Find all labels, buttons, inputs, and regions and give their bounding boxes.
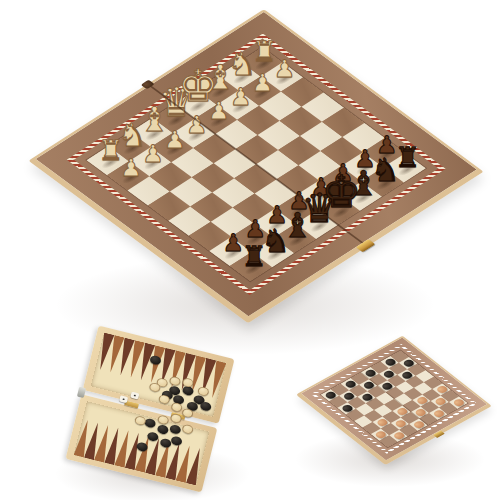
piece-glyph: ♟ <box>142 141 164 165</box>
piece-glyph: ♟ <box>274 57 296 81</box>
piece-glyph: ♟ <box>120 156 142 180</box>
piece-glyph: ♟ <box>208 99 230 123</box>
piece-glyph: ♜ <box>394 144 419 172</box>
piece-glyph: ♟ <box>230 85 252 109</box>
die[interactable] <box>119 395 128 403</box>
product-photo: ♜♞♝♛♚♝♞♜♟♟♟♟♟♟♟♟♟♟♟♟♟♟♟♟♜♞♝♛♚♝♞♜ <box>0 0 500 500</box>
piece-glyph: ♟ <box>164 127 186 151</box>
piece-glyph: ♟ <box>252 71 274 95</box>
piece-glyph: ♜ <box>251 38 276 66</box>
